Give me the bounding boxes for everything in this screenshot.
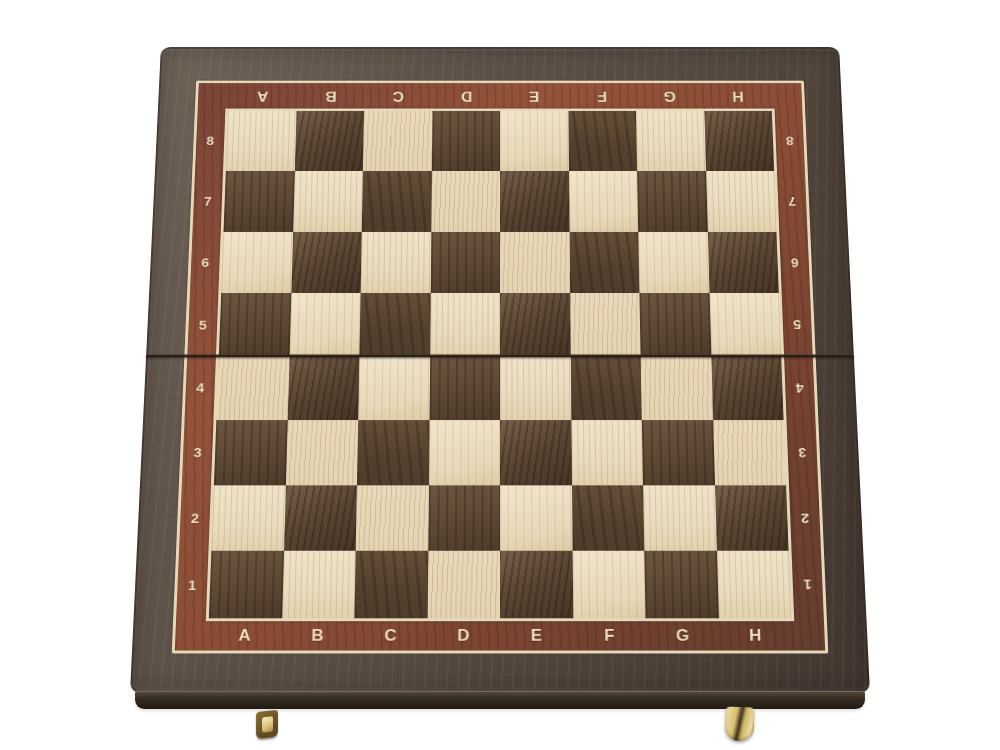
square-g2[interactable]: [643, 485, 716, 551]
square-e4[interactable]: [500, 356, 571, 420]
rank-label-right-8: 8: [775, 111, 805, 171]
square-c4[interactable]: [358, 356, 430, 420]
file-label-top-g: G: [635, 83, 703, 108]
rank-label-right-7: 7: [777, 171, 808, 232]
square-d6[interactable]: [430, 231, 500, 293]
square-f3[interactable]: [571, 420, 643, 485]
square-c8[interactable]: [363, 111, 432, 171]
square-e5[interactable]: [500, 293, 570, 356]
square-h2[interactable]: [715, 485, 789, 551]
rank-label-right-2: 2: [789, 485, 821, 551]
square-e3[interactable]: [500, 420, 572, 485]
square-b8[interactable]: [294, 111, 364, 171]
square-d1[interactable]: [427, 551, 500, 618]
playfield: [206, 109, 794, 622]
file-label-bottom-h: H: [718, 621, 792, 650]
square-e7[interactable]: [500, 171, 569, 232]
file-label-bottom-g: G: [646, 621, 720, 650]
square-d3[interactable]: [428, 420, 500, 485]
square-a1[interactable]: [209, 551, 284, 618]
file-label-top-c: C: [364, 83, 432, 108]
file-label-bottom-f: F: [573, 621, 646, 650]
square-d2[interactable]: [428, 485, 500, 551]
file-label-top-f: F: [568, 83, 636, 108]
rank-label-right-1: 1: [792, 551, 824, 618]
rank-label-left-6: 6: [190, 231, 221, 293]
square-c5[interactable]: [359, 293, 430, 356]
square-d4[interactable]: [429, 356, 500, 420]
fold-seam: [146, 354, 854, 358]
square-g1[interactable]: [644, 551, 718, 618]
square-c3[interactable]: [357, 420, 429, 485]
file-label-bottom-d: D: [427, 621, 500, 650]
square-b1[interactable]: [282, 551, 356, 618]
chess-board: ABCDEFGH ABCDEFGH 87654321 87654321: [130, 47, 870, 693]
square-e1[interactable]: [500, 551, 573, 618]
square-a5[interactable]: [219, 293, 291, 356]
square-f8[interactable]: [568, 111, 637, 171]
square-b4[interactable]: [287, 356, 359, 420]
square-f1[interactable]: [572, 551, 645, 618]
file-label-bottom-a: A: [208, 621, 282, 650]
file-labels-top: ABCDEFGH: [228, 83, 772, 108]
square-d8[interactable]: [431, 111, 500, 171]
square-d7[interactable]: [431, 171, 500, 232]
rank-label-right-4: 4: [784, 356, 815, 420]
rank-label-left-3: 3: [182, 420, 214, 485]
square-h5[interactable]: [709, 293, 781, 356]
square-g5[interactable]: [639, 293, 710, 356]
square-h1[interactable]: [716, 551, 791, 618]
square-h8[interactable]: [704, 111, 774, 171]
square-h4[interactable]: [711, 356, 784, 420]
square-b5[interactable]: [289, 293, 360, 356]
rank-label-right-6: 6: [779, 231, 810, 293]
file-labels-bottom: ABCDEFGH: [208, 621, 793, 650]
box-side-edge: [135, 691, 865, 709]
board-tilt-wrapper: ABCDEFGH ABCDEFGH 87654321 87654321: [130, 47, 870, 693]
rank-label-left-5: 5: [187, 293, 218, 356]
playfield-grid: [209, 111, 791, 618]
file-label-top-e: E: [500, 83, 568, 108]
square-b2[interactable]: [284, 485, 357, 551]
rank-label-left-7: 7: [193, 171, 224, 232]
square-b7[interactable]: [293, 171, 363, 232]
square-f4[interactable]: [570, 356, 642, 420]
square-b6[interactable]: [291, 231, 362, 293]
square-a8[interactable]: [226, 111, 296, 171]
square-g7[interactable]: [637, 171, 707, 232]
square-a3[interactable]: [214, 420, 287, 485]
square-a4[interactable]: [216, 356, 289, 420]
file-label-top-a: A: [228, 83, 297, 108]
square-g3[interactable]: [642, 420, 715, 485]
square-c1[interactable]: [354, 551, 427, 618]
file-label-top-h: H: [703, 83, 772, 108]
board-photo: ABCDEFGH ABCDEFGH 87654321 87654321: [0, 0, 1000, 750]
square-g8[interactable]: [636, 111, 706, 171]
file-label-bottom-b: B: [281, 621, 355, 650]
square-h6[interactable]: [707, 231, 778, 293]
square-f6[interactable]: [569, 231, 639, 293]
square-e6[interactable]: [500, 231, 570, 293]
square-e2[interactable]: [500, 485, 572, 551]
brass-hinge-plate: [262, 716, 273, 732]
square-c6[interactable]: [361, 231, 431, 293]
square-b3[interactable]: [285, 420, 358, 485]
rank-label-left-1: 1: [176, 551, 208, 618]
rank-label-left-4: 4: [185, 356, 216, 420]
rank-label-right-5: 5: [782, 293, 813, 356]
rank-label-right-3: 3: [787, 420, 819, 485]
file-label-top-b: B: [296, 83, 364, 108]
square-f5[interactable]: [570, 293, 641, 356]
square-f2[interactable]: [572, 485, 645, 551]
brass-hinge-left: [256, 710, 278, 739]
file-label-top-d: D: [432, 83, 500, 108]
rank-label-left-2: 2: [179, 485, 211, 551]
square-c2[interactable]: [356, 485, 429, 551]
rank-label-left-8: 8: [195, 111, 225, 171]
square-h7[interactable]: [706, 171, 777, 232]
file-label-bottom-c: C: [354, 621, 427, 650]
square-e8[interactable]: [500, 111, 569, 171]
square-d5[interactable]: [430, 293, 500, 356]
square-g4[interactable]: [641, 356, 713, 420]
square-a6[interactable]: [221, 231, 292, 293]
square-c7[interactable]: [362, 171, 432, 232]
square-g6[interactable]: [638, 231, 709, 293]
square-h3[interactable]: [713, 420, 786, 485]
brass-hinge-right: [724, 707, 754, 742]
file-label-bottom-e: E: [500, 621, 573, 650]
square-a7[interactable]: [224, 171, 295, 232]
square-f7[interactable]: [569, 171, 639, 232]
square-a2[interactable]: [211, 485, 285, 551]
